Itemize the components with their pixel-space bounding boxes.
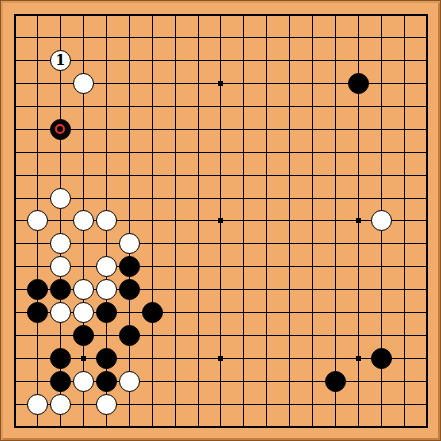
black-stone[interactable] [119, 279, 140, 300]
star-point [218, 356, 223, 361]
white-stone[interactable] [50, 256, 71, 277]
star-point [218, 218, 223, 223]
white-stone[interactable] [73, 210, 94, 231]
grid-line-horizontal [14, 266, 429, 267]
black-stone[interactable] [73, 325, 94, 346]
white-stone[interactable] [73, 279, 94, 300]
star-point [356, 218, 361, 223]
grid-line-vertical [426, 14, 428, 429]
black-stone[interactable] [50, 119, 71, 140]
white-stone[interactable] [50, 302, 71, 323]
white-stone[interactable] [119, 371, 140, 392]
white-stone[interactable]: 1 [50, 50, 71, 71]
black-stone[interactable] [348, 73, 369, 94]
black-stone[interactable] [27, 302, 48, 323]
black-stone[interactable] [50, 348, 71, 369]
white-stone[interactable] [73, 371, 94, 392]
grid-line-horizontal [14, 426, 429, 428]
black-stone[interactable] [96, 302, 117, 323]
go-board[interactable]: 1 [0, 0, 441, 441]
star-point [356, 356, 361, 361]
grid-line-vertical [266, 14, 267, 429]
grid-line-vertical [243, 14, 244, 429]
white-stone[interactable] [73, 302, 94, 323]
white-stone[interactable] [50, 233, 71, 254]
white-stone[interactable] [119, 233, 140, 254]
white-stone[interactable] [50, 188, 71, 209]
black-stone[interactable] [50, 371, 71, 392]
white-stone[interactable] [96, 256, 117, 277]
black-stone[interactable] [325, 371, 346, 392]
black-stone[interactable] [50, 279, 71, 300]
move-number-label: 1 [56, 53, 66, 67]
white-stone[interactable] [27, 394, 48, 415]
black-stone[interactable] [371, 348, 392, 369]
white-stone[interactable] [96, 210, 117, 231]
grid-line-vertical [335, 14, 336, 429]
black-stone[interactable] [96, 348, 117, 369]
black-stone[interactable] [142, 302, 163, 323]
white-stone[interactable] [73, 73, 94, 94]
grid-line-vertical [312, 14, 313, 429]
white-stone[interactable] [96, 279, 117, 300]
white-stone[interactable] [50, 394, 71, 415]
grid-line-vertical [289, 14, 290, 429]
grid-line-vertical [404, 14, 405, 429]
star-point [81, 356, 86, 361]
white-stone[interactable] [371, 210, 392, 231]
black-stone[interactable] [119, 256, 140, 277]
white-stone[interactable] [27, 210, 48, 231]
black-stone[interactable] [96, 371, 117, 392]
white-stone[interactable] [96, 394, 117, 415]
circle-marker [55, 124, 65, 134]
black-stone[interactable] [119, 325, 140, 346]
star-point [218, 81, 223, 86]
black-stone[interactable] [27, 279, 48, 300]
grid-line-horizontal [14, 243, 429, 244]
grid-line-horizontal [14, 404, 429, 405]
